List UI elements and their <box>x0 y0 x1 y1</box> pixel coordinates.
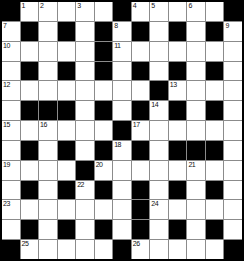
letter-cell[interactable] <box>113 200 131 219</box>
blocked-cell <box>58 141 76 160</box>
letter-cell[interactable] <box>150 22 168 41</box>
letter-cell[interactable] <box>76 141 94 160</box>
letter-cell[interactable]: 2 <box>39 2 57 21</box>
letter-cell[interactable]: 19 <box>2 161 20 180</box>
letter-cell[interactable] <box>2 181 20 200</box>
letter-cell[interactable] <box>76 22 94 41</box>
letter-cell[interactable] <box>113 101 131 120</box>
letter-cell[interactable] <box>224 200 242 219</box>
blocked-cell <box>21 101 39 120</box>
blocked-cell <box>206 22 224 41</box>
letter-cell[interactable] <box>150 220 168 239</box>
letter-cell[interactable] <box>187 181 205 200</box>
letter-cell[interactable] <box>95 2 113 21</box>
letter-cell[interactable]: 13 <box>169 81 187 100</box>
letter-cell[interactable] <box>113 161 131 180</box>
letter-cell[interactable] <box>224 42 242 61</box>
letter-cell[interactable] <box>76 62 94 81</box>
blocked-cell <box>206 101 224 120</box>
blocked-cell <box>206 62 224 81</box>
letter-cell[interactable] <box>76 220 94 239</box>
clue-number: 14 <box>151 101 158 109</box>
letter-cell[interactable]: 3 <box>76 2 94 21</box>
blocked-cell <box>113 240 131 259</box>
letter-cell[interactable] <box>76 200 94 219</box>
blocked-cell <box>95 220 113 239</box>
letter-cell[interactable] <box>21 200 39 219</box>
crossword-grid: 1234567891011121314151617181920212223242… <box>0 0 244 261</box>
blocked-cell <box>113 2 131 21</box>
letter-cell[interactable] <box>95 200 113 219</box>
clue-number: 13 <box>170 81 177 89</box>
blocked-cell <box>132 101 150 120</box>
letter-cell[interactable] <box>39 220 57 239</box>
letter-cell[interactable]: 24 <box>150 200 168 219</box>
letter-cell[interactable] <box>150 62 168 81</box>
letter-cell[interactable]: 18 <box>113 141 131 160</box>
letter-cell[interactable]: 6 <box>187 2 205 21</box>
blocked-cell <box>132 22 150 41</box>
letter-cell[interactable] <box>113 81 131 100</box>
letter-cell[interactable]: 17 <box>132 121 150 140</box>
letter-cell[interactable] <box>187 81 205 100</box>
letter-cell[interactable]: 11 <box>113 42 131 61</box>
letter-cell[interactable] <box>76 121 94 140</box>
clue-number: 10 <box>3 42 10 50</box>
letter-cell[interactable] <box>21 161 39 180</box>
letter-cell[interactable] <box>76 42 94 61</box>
letter-cell[interactable] <box>39 161 57 180</box>
blocked-cell <box>95 141 113 160</box>
letter-cell[interactable]: 12 <box>2 81 20 100</box>
letter-cell[interactable] <box>2 101 20 120</box>
letter-cell[interactable] <box>224 220 242 239</box>
clue-number: 21 <box>188 161 195 169</box>
letter-cell[interactable]: 9 <box>224 22 242 41</box>
blocked-cell <box>95 22 113 41</box>
letter-cell[interactable] <box>224 121 242 140</box>
letter-cell[interactable] <box>187 121 205 140</box>
letter-cell[interactable] <box>132 161 150 180</box>
clue-number: 4 <box>133 2 136 10</box>
clue-number: 1 <box>22 2 25 10</box>
blocked-cell <box>2 2 20 21</box>
letter-cell[interactable] <box>187 62 205 81</box>
blocked-cell <box>21 181 39 200</box>
clue-number: 24 <box>151 200 158 208</box>
letter-cell[interactable] <box>224 62 242 81</box>
letter-cell[interactable]: 14 <box>150 101 168 120</box>
letter-cell[interactable] <box>169 2 187 21</box>
letter-cell[interactable] <box>187 220 205 239</box>
clue-number: 5 <box>151 2 154 10</box>
blocked-cell <box>132 200 150 219</box>
clue-number: 17 <box>133 121 140 129</box>
letter-cell[interactable]: 5 <box>150 2 168 21</box>
clue-number: 11 <box>114 42 120 50</box>
blocked-cell <box>2 240 20 259</box>
blocked-cell <box>95 42 113 61</box>
letter-cell[interactable]: 8 <box>113 22 131 41</box>
blocked-cell <box>169 22 187 41</box>
blocked-cell <box>95 62 113 81</box>
blocked-cell <box>113 121 131 140</box>
letter-cell[interactable] <box>169 161 187 180</box>
blocked-cell <box>224 240 242 259</box>
letter-cell[interactable] <box>39 62 57 81</box>
letter-cell[interactable]: 1 <box>21 2 39 21</box>
blocked-cell <box>76 161 94 180</box>
letter-cell[interactable] <box>187 240 205 259</box>
blocked-cell <box>206 141 224 160</box>
letter-cell[interactable] <box>2 141 20 160</box>
letter-cell[interactable] <box>206 161 224 180</box>
clue-number: 19 <box>3 161 10 169</box>
clue-number: 16 <box>40 121 47 129</box>
blocked-cell <box>21 22 39 41</box>
letter-cell[interactable] <box>187 200 205 219</box>
letter-cell[interactable] <box>39 81 57 100</box>
clue-number: 6 <box>188 2 191 10</box>
letter-cell[interactable] <box>169 200 187 219</box>
letter-cell[interactable] <box>95 81 113 100</box>
letter-cell[interactable] <box>76 81 94 100</box>
letter-cell[interactable] <box>150 141 168 160</box>
letter-cell[interactable] <box>39 181 57 200</box>
letter-cell[interactable] <box>224 161 242 180</box>
blocked-cell <box>132 181 150 200</box>
blocked-cell <box>169 220 187 239</box>
letter-cell[interactable]: 7 <box>2 22 20 41</box>
letter-cell[interactable] <box>21 81 39 100</box>
blocked-cell <box>169 181 187 200</box>
letter-cell[interactable] <box>113 62 131 81</box>
clue-number: 12 <box>3 81 10 89</box>
letter-cell[interactable] <box>224 141 242 160</box>
letter-cell[interactable] <box>206 240 224 259</box>
clue-number: 3 <box>77 2 80 10</box>
letter-cell[interactable] <box>58 81 76 100</box>
letter-cell[interactable] <box>132 81 150 100</box>
letter-cell[interactable] <box>58 240 76 259</box>
blocked-cell <box>169 141 187 160</box>
letter-cell[interactable] <box>150 121 168 140</box>
letter-cell[interactable]: 25 <box>21 240 39 259</box>
clue-number: 20 <box>96 161 103 169</box>
letter-cell[interactable]: 26 <box>132 240 150 259</box>
letter-cell[interactable] <box>39 141 57 160</box>
blocked-cell <box>21 220 39 239</box>
clue-number: 15 <box>3 121 10 129</box>
letter-cell[interactable]: 23 <box>2 200 20 219</box>
blocked-cell <box>21 62 39 81</box>
letter-cell[interactable] <box>132 42 150 61</box>
letter-cell[interactable] <box>206 81 224 100</box>
blocked-cell <box>58 101 76 120</box>
letter-cell[interactable] <box>150 161 168 180</box>
letter-cell[interactable] <box>39 42 57 61</box>
letter-cell[interactable] <box>95 121 113 140</box>
letter-cell[interactable] <box>2 220 20 239</box>
letter-cell[interactable] <box>206 2 224 21</box>
blocked-cell <box>58 181 76 200</box>
blocked-cell <box>132 141 150 160</box>
letter-cell[interactable] <box>76 101 94 120</box>
blocked-cell <box>58 62 76 81</box>
letter-cell[interactable] <box>39 240 57 259</box>
letter-cell[interactable] <box>2 62 20 81</box>
letter-cell[interactable] <box>224 181 242 200</box>
letter-cell[interactable] <box>58 121 76 140</box>
blocked-cell <box>224 2 242 21</box>
letter-cell[interactable] <box>206 200 224 219</box>
clue-number: 7 <box>3 22 6 30</box>
blocked-cell <box>150 81 168 100</box>
blocked-cell <box>206 181 224 200</box>
clue-number: 23 <box>3 200 10 208</box>
clue-number: 9 <box>225 22 228 30</box>
letter-cell[interactable] <box>150 42 168 61</box>
letter-cell[interactable]: 21 <box>187 161 205 180</box>
letter-cell[interactable] <box>187 22 205 41</box>
letter-cell[interactable]: 22 <box>76 181 94 200</box>
blocked-cell <box>95 181 113 200</box>
letter-cell[interactable] <box>58 161 76 180</box>
letter-cell[interactable]: 15 <box>2 121 20 140</box>
letter-cell[interactable] <box>113 181 131 200</box>
letter-cell[interactable] <box>76 240 94 259</box>
clue-number: 18 <box>114 141 121 149</box>
blocked-cell <box>169 62 187 81</box>
letter-cell[interactable] <box>58 2 76 21</box>
clue-number: 25 <box>22 240 29 248</box>
letter-cell[interactable] <box>206 121 224 140</box>
letter-cell[interactable] <box>39 22 57 41</box>
clue-number: 22 <box>77 181 84 189</box>
letter-cell[interactable] <box>169 42 187 61</box>
letter-cell[interactable] <box>169 121 187 140</box>
letter-cell[interactable]: 20 <box>95 161 113 180</box>
letter-cell[interactable] <box>58 200 76 219</box>
blocked-cell <box>58 220 76 239</box>
blocked-cell <box>58 22 76 41</box>
letter-cell[interactable] <box>187 42 205 61</box>
blocked-cell <box>21 141 39 160</box>
letter-cell[interactable] <box>169 240 187 259</box>
letter-cell[interactable] <box>113 220 131 239</box>
blocked-cell <box>132 62 150 81</box>
letter-cell[interactable] <box>21 121 39 140</box>
letter-cell[interactable] <box>21 42 39 61</box>
letter-cell[interactable]: 10 <box>2 42 20 61</box>
letter-cell[interactable] <box>150 181 168 200</box>
letter-cell[interactable]: 16 <box>39 121 57 140</box>
letter-cell[interactable] <box>224 101 242 120</box>
blocked-cell <box>169 101 187 120</box>
blocked-cell <box>206 220 224 239</box>
blocked-cell <box>132 220 150 239</box>
letter-cell[interactable] <box>39 200 57 219</box>
letter-cell[interactable] <box>95 240 113 259</box>
blocked-cell <box>39 101 57 120</box>
letter-cell[interactable] <box>187 101 205 120</box>
blocked-cell <box>187 141 205 160</box>
letter-cell[interactable] <box>150 240 168 259</box>
clue-number: 2 <box>40 2 43 10</box>
letter-cell[interactable] <box>206 42 224 61</box>
clue-number: 26 <box>133 240 140 248</box>
letter-cell[interactable] <box>58 42 76 61</box>
clue-number: 8 <box>114 22 117 30</box>
letter-cell[interactable]: 4 <box>132 2 150 21</box>
blocked-cell <box>95 101 113 120</box>
letter-cell[interactable] <box>224 81 242 100</box>
